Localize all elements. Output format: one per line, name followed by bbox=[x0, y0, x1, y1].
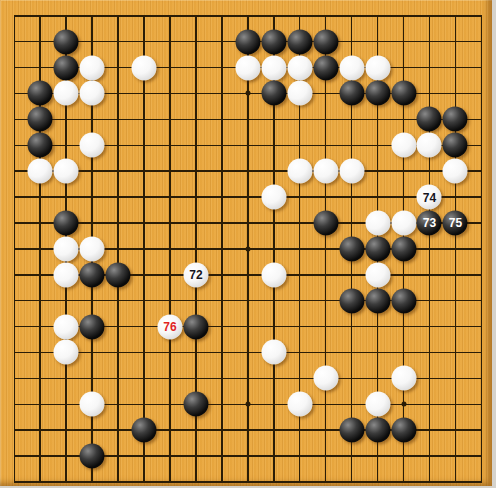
go-stone-black bbox=[106, 262, 131, 287]
go-stone-white bbox=[261, 185, 286, 210]
go-stone-white bbox=[391, 133, 416, 158]
grid-line-vertical bbox=[429, 15, 431, 483]
go-stone-white bbox=[54, 236, 79, 261]
go-stone-white bbox=[443, 159, 468, 184]
go-stone-black: 75 bbox=[443, 210, 468, 235]
go-stone-black bbox=[54, 29, 79, 54]
go-stone-white bbox=[132, 55, 157, 80]
go-stone-white bbox=[80, 81, 105, 106]
go-stone-black bbox=[54, 210, 79, 235]
star-point bbox=[245, 91, 250, 96]
go-stone-black bbox=[183, 314, 208, 339]
move-number-label: 73 bbox=[423, 217, 436, 229]
go-stone-black bbox=[80, 314, 105, 339]
go-stone-white bbox=[54, 81, 79, 106]
go-stone-black bbox=[54, 55, 79, 80]
go-stone-black bbox=[391, 81, 416, 106]
move-number-label: 74 bbox=[423, 191, 436, 203]
go-stone-white bbox=[313, 159, 338, 184]
go-stone-black bbox=[28, 107, 53, 132]
go-stone-black bbox=[261, 29, 286, 54]
go-stone-white bbox=[80, 236, 105, 261]
go-stone-white bbox=[339, 159, 364, 184]
go-stone-white bbox=[365, 210, 390, 235]
go-stone-white bbox=[261, 340, 286, 365]
go-stone-white bbox=[287, 55, 312, 80]
go-stone-white bbox=[287, 159, 312, 184]
go-stone-white bbox=[365, 55, 390, 80]
go-stone-black bbox=[287, 29, 312, 54]
grid-line-vertical bbox=[481, 15, 483, 483]
go-stone-black bbox=[339, 418, 364, 443]
go-stone-black bbox=[365, 418, 390, 443]
go-stone-white bbox=[287, 392, 312, 417]
go-stone-white bbox=[235, 55, 260, 80]
go-stone-black bbox=[391, 288, 416, 313]
go-stone-white bbox=[313, 366, 338, 391]
go-stone-black bbox=[365, 288, 390, 313]
go-stone-white bbox=[391, 366, 416, 391]
star-point bbox=[245, 246, 250, 251]
go-stone-white bbox=[261, 55, 286, 80]
go-stone-black bbox=[443, 107, 468, 132]
go-stone-black bbox=[132, 418, 157, 443]
go-stone-white bbox=[54, 262, 79, 287]
go-stone-white bbox=[391, 210, 416, 235]
grid-line-horizontal bbox=[14, 481, 483, 483]
go-stone-white bbox=[365, 392, 390, 417]
go-stone-white bbox=[80, 55, 105, 80]
go-stone-white: 72 bbox=[183, 262, 208, 287]
go-stone-black bbox=[80, 444, 105, 469]
go-stone-white bbox=[287, 81, 312, 106]
go-stone-black bbox=[313, 55, 338, 80]
go-stone-white bbox=[80, 133, 105, 158]
go-stone-black bbox=[365, 236, 390, 261]
go-stone-white bbox=[417, 133, 442, 158]
go-stone-white bbox=[339, 55, 364, 80]
go-stone-black bbox=[235, 29, 260, 54]
go-stone-white bbox=[54, 340, 79, 365]
star-point bbox=[245, 402, 250, 407]
go-stone-black bbox=[365, 81, 390, 106]
go-stone-white bbox=[28, 159, 53, 184]
go-stone-black bbox=[183, 392, 208, 417]
go-stone-white bbox=[261, 262, 286, 287]
grid-line-horizontal bbox=[14, 352, 483, 354]
go-stone-black bbox=[417, 107, 442, 132]
go-stone-black bbox=[313, 29, 338, 54]
go-stone-white: 74 bbox=[417, 185, 442, 210]
go-stone-black bbox=[339, 288, 364, 313]
go-stone-black bbox=[28, 133, 53, 158]
go-stone-white bbox=[54, 314, 79, 339]
go-stone-black bbox=[261, 81, 286, 106]
move-number-label: 75 bbox=[449, 217, 462, 229]
go-stone-black bbox=[391, 418, 416, 443]
go-stone-white bbox=[80, 392, 105, 417]
go-stone-black bbox=[313, 210, 338, 235]
go-stone-white bbox=[54, 159, 79, 184]
grid-line-vertical bbox=[325, 15, 327, 483]
move-number-label: 76 bbox=[163, 321, 176, 333]
star-point bbox=[401, 402, 406, 407]
go-stone-black bbox=[339, 236, 364, 261]
go-stone-white bbox=[365, 262, 390, 287]
go-stone-black bbox=[443, 133, 468, 158]
grid-line-vertical bbox=[455, 15, 457, 483]
go-stone-black bbox=[391, 236, 416, 261]
go-stone-black bbox=[28, 81, 53, 106]
go-stone-black bbox=[339, 81, 364, 106]
go-board[interactable]: 7473757276 bbox=[0, 0, 492, 486]
move-number-label: 72 bbox=[189, 269, 202, 281]
go-stone-white: 76 bbox=[157, 314, 182, 339]
go-stone-black bbox=[80, 262, 105, 287]
go-stone-black: 73 bbox=[417, 210, 442, 235]
